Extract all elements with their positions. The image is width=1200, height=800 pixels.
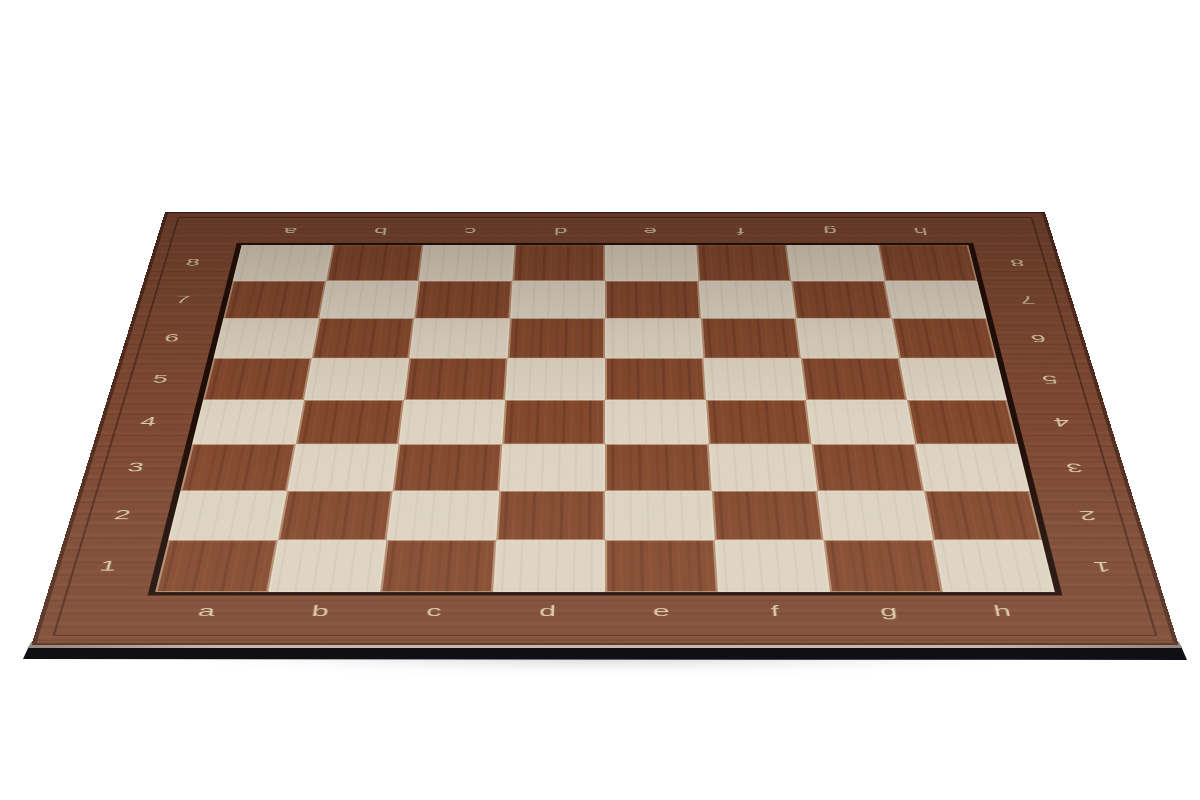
rank-label-right-3: 3	[1063, 460, 1084, 474]
file-label-bottom-h: h	[992, 603, 1014, 620]
product-photo-scene: aabbccddeeffgghh8877665544332211	[0, 0, 1200, 800]
square-f1	[714, 540, 830, 592]
square-h8	[877, 245, 977, 281]
rank-label-right-6: 6	[1028, 332, 1047, 344]
rank-label-left-8: 8	[184, 257, 202, 268]
square-a1	[155, 540, 277, 592]
rank-label-right-2: 2	[1076, 507, 1097, 522]
file-label-bottom-f: f	[770, 603, 781, 620]
file-label-top-e: e	[643, 225, 658, 236]
square-f3	[708, 444, 817, 491]
square-g4	[806, 400, 915, 444]
square-g6	[796, 318, 899, 358]
square-e3	[605, 444, 711, 491]
square-d2	[496, 491, 605, 540]
square-d4	[502, 400, 605, 444]
square-a7	[223, 281, 325, 319]
square-h2	[923, 491, 1041, 540]
square-b3	[287, 444, 399, 491]
rank-label-left-7: 7	[174, 294, 192, 306]
file-label-top-g: g	[822, 225, 838, 236]
square-d7	[510, 281, 605, 319]
chess-board: aabbccddeeffgghh8877665544332211	[31, 212, 1178, 645]
square-c2	[387, 491, 499, 540]
file-label-top-c: c	[463, 225, 477, 236]
square-b1	[268, 540, 387, 592]
rank-label-left-2: 2	[112, 507, 133, 522]
square-c7	[414, 281, 512, 319]
square-f5	[703, 358, 806, 400]
square-e1	[605, 540, 717, 592]
square-b5	[304, 358, 410, 400]
square-b4	[295, 400, 404, 444]
square-g5	[801, 358, 907, 400]
square-d5	[505, 358, 606, 400]
rank-label-right-8: 8	[1008, 257, 1026, 268]
file-label-bottom-b: b	[310, 603, 331, 620]
square-a3	[180, 444, 295, 491]
square-g1	[823, 540, 942, 592]
file-label-bottom-e: e	[653, 603, 672, 620]
square-a2	[168, 491, 286, 540]
file-label-top-b: b	[372, 225, 388, 236]
square-h6	[891, 318, 996, 358]
file-label-top-h: h	[912, 225, 929, 236]
square-f7	[698, 281, 796, 319]
file-label-top-f: f	[736, 225, 745, 236]
square-c6	[409, 318, 509, 358]
file-label-bottom-c: c	[425, 603, 443, 620]
square-b8	[326, 245, 424, 281]
square-c5	[404, 358, 507, 400]
square-a8	[233, 245, 333, 281]
square-a5	[203, 358, 311, 400]
square-e8	[605, 245, 698, 281]
square-c3	[393, 444, 502, 491]
square-b2	[277, 491, 392, 540]
square-a6	[213, 318, 318, 358]
square-f6	[700, 318, 800, 358]
square-g7	[791, 281, 891, 319]
square-b6	[311, 318, 414, 358]
square-e2	[605, 491, 714, 540]
square-g8	[787, 245, 885, 281]
square-e4	[605, 400, 708, 444]
file-label-top-d: d	[553, 225, 568, 236]
rank-label-left-5: 5	[151, 372, 170, 385]
square-h3	[915, 444, 1030, 491]
square-f2	[711, 491, 823, 540]
square-b7	[319, 281, 419, 319]
square-h5	[899, 358, 1007, 400]
rank-label-left-1: 1	[98, 558, 120, 574]
square-e7	[605, 281, 700, 319]
board-grid	[155, 245, 1055, 593]
square-c8	[419, 245, 514, 281]
rank-label-left-3: 3	[126, 460, 147, 474]
square-d3	[499, 444, 605, 491]
square-h1	[933, 540, 1055, 592]
rank-label-right-1: 1	[1090, 558, 1112, 574]
rank-label-right-7: 7	[1018, 294, 1036, 306]
square-h4	[907, 400, 1018, 444]
square-g2	[817, 491, 932, 540]
square-c4	[399, 400, 505, 444]
rank-label-right-4: 4	[1051, 415, 1071, 429]
file-label-bottom-g: g	[879, 603, 900, 620]
board-playing-field	[148, 243, 1063, 596]
square-a4	[192, 400, 303, 444]
square-d6	[507, 318, 605, 358]
square-f4	[706, 400, 812, 444]
file-label-bottom-a: a	[196, 603, 218, 620]
square-g3	[811, 444, 923, 491]
rank-label-left-6: 6	[163, 332, 182, 344]
square-e5	[605, 358, 706, 400]
square-d1	[493, 540, 605, 592]
rank-label-right-5: 5	[1039, 372, 1058, 385]
square-c1	[380, 540, 496, 592]
square-d8	[512, 245, 605, 281]
square-f8	[696, 245, 791, 281]
file-label-bottom-d: d	[539, 603, 558, 620]
square-e6	[605, 318, 703, 358]
file-label-top-a: a	[282, 225, 299, 236]
rank-label-left-4: 4	[139, 415, 159, 429]
square-h7	[884, 281, 986, 319]
